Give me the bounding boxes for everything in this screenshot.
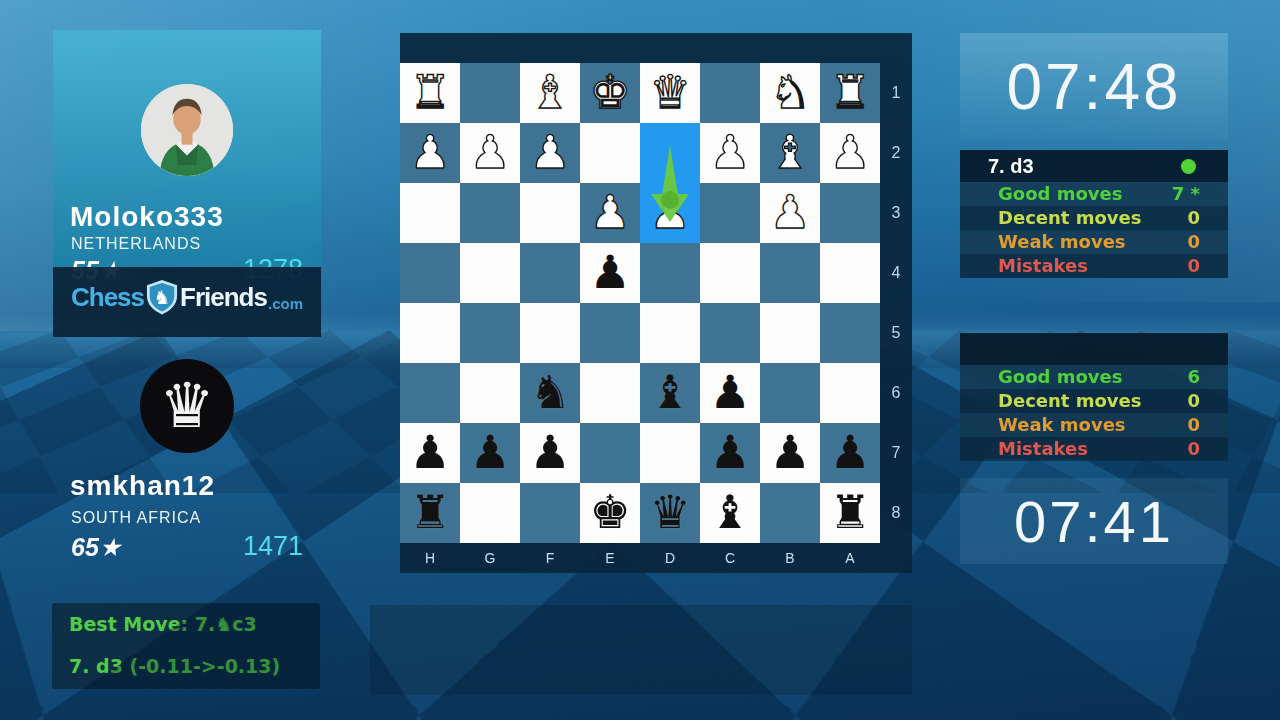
black-player-panel: ♛ smkhan12 SOUTH AFRICA 65★ 1471 [53, 337, 321, 567]
square-d1[interactable]: ♛ [640, 63, 700, 123]
square-c2[interactable]: ♟ [700, 123, 760, 183]
piece-black-bishop-d6[interactable]: ♝ [640, 363, 700, 423]
piece-white-king-e1[interactable]: ♚ [580, 63, 640, 123]
white-player-avatar[interactable] [141, 84, 233, 176]
black-player-stars: 65★ [71, 533, 121, 562]
black-analysis-panel: Good moves6Decent moves0Weak moves0Mista… [960, 333, 1228, 459]
rank-label-5: 5 [880, 303, 912, 363]
square-f7[interactable]: ♟ [520, 423, 580, 483]
analysis-row-label: Decent moves [998, 206, 1142, 230]
piece-white-pawn-a2[interactable]: ♟ [820, 123, 880, 183]
rank-label-6: 6 [880, 363, 912, 423]
rank-labels: 12345678 [880, 63, 912, 543]
analysis-row-value: 0 [1187, 413, 1200, 437]
square-f5[interactable] [520, 303, 580, 363]
analysis-row-label: Weak moves [998, 230, 1126, 254]
square-h2[interactable]: ♟ [400, 123, 460, 183]
black-clock-panel: 07:41 [960, 478, 1228, 564]
best-move-text: Best Move: 7.♞c3 [69, 613, 257, 635]
square-e4[interactable]: ♟ [580, 243, 640, 303]
square-g5[interactable] [460, 303, 520, 363]
file-label-g: G [460, 543, 520, 573]
piece-white-rook-a1[interactable]: ♜ [820, 63, 880, 123]
piece-white-bishop-f1[interactable]: ♝ [520, 63, 580, 123]
square-d6[interactable]: ♝ [640, 363, 700, 423]
square-f4[interactable] [520, 243, 580, 303]
piece-black-pawn-f7[interactable]: ♟ [520, 423, 580, 483]
square-e8[interactable]: ♚ [580, 483, 640, 543]
square-g1[interactable] [460, 63, 520, 123]
piece-black-queen-d8[interactable]: ♛ [640, 483, 700, 543]
white-player-name: Moloko333 [70, 201, 304, 233]
file-label-f: F [520, 543, 580, 573]
square-c6[interactable]: ♟ [700, 363, 760, 423]
piece-black-knight-f6[interactable]: ♞ [520, 363, 580, 423]
logo-text-com: .com [268, 295, 303, 315]
square-f2[interactable]: ♟ [520, 123, 580, 183]
analysis-row-mistakes: Mistakes0 [960, 437, 1228, 461]
played-move-eval-text: 7. d3 (-0.11->-0.13) [69, 655, 280, 677]
square-a8[interactable]: ♜ [820, 483, 880, 543]
square-d3[interactable]: ♟ [640, 183, 700, 243]
square-d7[interactable] [640, 423, 700, 483]
analysis-row-good-moves: Good moves7 * [960, 182, 1228, 206]
analysis-row-label: Mistakes [998, 437, 1088, 461]
square-c5[interactable] [700, 303, 760, 363]
piece-black-pawn-h7[interactable]: ♟ [400, 423, 460, 483]
square-d5[interactable] [640, 303, 700, 363]
square-h8[interactable]: ♜ [400, 483, 460, 543]
file-label-b: B [760, 543, 820, 573]
rank-label-3: 3 [880, 183, 912, 243]
black-player-avatar[interactable]: ♛ [140, 359, 234, 453]
white-clock-time: 07:48 [1006, 50, 1181, 124]
status-dot-icon [1181, 159, 1196, 174]
analysis-row-value: 0 [1187, 206, 1200, 230]
white-clock-panel: 07:48 [960, 33, 1228, 140]
analysis-row-weak-moves: Weak moves0 [960, 230, 1228, 254]
square-d2[interactable] [640, 123, 700, 183]
square-b5[interactable] [760, 303, 820, 363]
white-analysis-panel: 7. d3 Good moves7 *Decent moves0Weak mov… [960, 150, 1228, 278]
piece-black-pawn-c6[interactable]: ♟ [700, 363, 760, 423]
square-g7[interactable]: ♟ [460, 423, 520, 483]
piece-black-rook-a8[interactable]: ♜ [820, 483, 880, 543]
piece-black-pawn-e4[interactable]: ♟ [580, 243, 640, 303]
move-list-strip [370, 605, 912, 695]
analysis-row-label: Mistakes [998, 254, 1088, 278]
square-b3[interactable]: ♟ [760, 183, 820, 243]
piece-white-pawn-h2[interactable]: ♟ [400, 123, 460, 183]
analysis-row-label: Good moves [998, 365, 1122, 389]
square-g6[interactable] [460, 363, 520, 423]
square-f3[interactable] [520, 183, 580, 243]
file-label-h: H [400, 543, 460, 573]
piece-white-queen-d1[interactable]: ♛ [640, 63, 700, 123]
square-a3[interactable] [820, 183, 880, 243]
analysis-row-value: 0 [1187, 389, 1200, 413]
best-move-panel: Best Move: 7.♞c3 7. d3 (-0.11->-0.13) [52, 603, 320, 689]
black-player-name: smkhan12 [70, 470, 304, 502]
piece-white-pawn-e3[interactable]: ♟ [580, 183, 640, 243]
square-a4[interactable] [820, 243, 880, 303]
black-clock-time: 07:41 [1014, 488, 1174, 555]
rank-label-7: 7 [880, 423, 912, 483]
analysis-row-good-moves: Good moves6 [960, 365, 1228, 389]
white-player-country: NETHERLANDS [71, 235, 305, 253]
square-a2[interactable]: ♟ [820, 123, 880, 183]
logo-text-friends: Friends [180, 282, 267, 313]
chess-board: ♜♝♚♛♞♜♟♟♟♟♝♟♟♟♟♟♞♝♟♟♟♟♟♟♟♜♚♛♝♜ 12345678 … [400, 33, 912, 573]
piece-white-knight-b1[interactable]: ♞ [760, 63, 820, 123]
piece-white-pawn-g2[interactable]: ♟ [460, 123, 520, 183]
square-e6[interactable] [580, 363, 640, 423]
square-f8[interactable] [520, 483, 580, 543]
piece-black-pawn-g7[interactable]: ♟ [460, 423, 520, 483]
square-e2[interactable] [580, 123, 640, 183]
square-c7[interactable]: ♟ [700, 423, 760, 483]
app-window: Moloko333 NETHERLANDS 55★ 1278 Chess ♞ F… [0, 0, 1280, 720]
file-label-d: D [640, 543, 700, 573]
rank-label-4: 4 [880, 243, 912, 303]
piece-black-bishop-c8[interactable]: ♝ [700, 483, 760, 543]
file-label-a: A [820, 543, 880, 573]
piece-white-rook-h1[interactable]: ♜ [400, 63, 460, 123]
rank-label-8: 8 [880, 483, 912, 543]
square-c3[interactable] [700, 183, 760, 243]
square-g2[interactable]: ♟ [460, 123, 520, 183]
square-h3[interactable] [400, 183, 460, 243]
file-label-e: E [580, 543, 640, 573]
chessfriends-logo-strip: Chess ♞ Friends .com Chess ♞ Friends .co… [53, 267, 321, 337]
piece-black-king-e8[interactable]: ♚ [580, 483, 640, 543]
analysis-row-label: Decent moves [998, 389, 1142, 413]
square-d8[interactable]: ♛ [640, 483, 700, 543]
board-squares: ♜♝♚♛♞♜♟♟♟♟♝♟♟♟♟♟♞♝♟♟♟♟♟♟♟♜♚♛♝♜ [400, 63, 880, 543]
analysis-row-value: 0 [1187, 230, 1200, 254]
square-d4[interactable] [640, 243, 700, 303]
square-c1[interactable] [700, 63, 760, 123]
square-h4[interactable] [400, 243, 460, 303]
square-e5[interactable] [580, 303, 640, 363]
analysis-row-weak-moves: Weak moves0 [960, 413, 1228, 437]
square-f6[interactable]: ♞ [520, 363, 580, 423]
square-a1[interactable]: ♜ [820, 63, 880, 123]
black-player-rating: 1471 [243, 531, 303, 562]
square-h5[interactable] [400, 303, 460, 363]
square-a6[interactable] [820, 363, 880, 423]
piece-black-pawn-b7[interactable]: ♟ [760, 423, 820, 483]
analysis-row-label: Weak moves [998, 413, 1126, 437]
white-player-panel: Moloko333 NETHERLANDS 55★ 1278 [53, 30, 321, 267]
square-b7[interactable]: ♟ [760, 423, 820, 483]
analysis-row-value: 6 [1187, 365, 1200, 389]
square-c8[interactable]: ♝ [700, 483, 760, 543]
square-f1[interactable]: ♝ [520, 63, 580, 123]
piece-white-pawn-c2[interactable]: ♟ [700, 123, 760, 183]
square-b4[interactable] [760, 243, 820, 303]
analysis-row-value: 0 [1187, 437, 1200, 461]
analysis-row-value: 0 [1187, 254, 1200, 278]
analysis-row-label: Good moves [998, 182, 1122, 206]
chessfriends-logo[interactable]: Chess ♞ Friends .com [53, 279, 321, 315]
queen-avatar-icon: ♛ [159, 359, 215, 453]
analysis-header-move: 7. d3 [960, 150, 1228, 182]
square-e3[interactable]: ♟ [580, 183, 640, 243]
analysis-row-decent-moves: Decent moves0 [960, 206, 1228, 230]
logo-reflection: Chess ♞ Friends .com [53, 314, 321, 336]
analysis-row-decent-moves: Decent moves0 [960, 389, 1228, 413]
square-a5[interactable] [820, 303, 880, 363]
piece-white-bishop-b2[interactable]: ♝ [760, 123, 820, 183]
square-b2[interactable]: ♝ [760, 123, 820, 183]
square-e1[interactable]: ♚ [580, 63, 640, 123]
logo-text-chess: Chess [71, 282, 144, 313]
avatar-photo-person [141, 84, 233, 176]
square-a7[interactable]: ♟ [820, 423, 880, 483]
rank-label-2: 2 [880, 123, 912, 183]
piece-black-rook-h8[interactable]: ♜ [400, 483, 460, 543]
piece-white-pawn-d3[interactable]: ♟ [640, 183, 700, 243]
analysis-header-empty [960, 333, 1228, 365]
piece-white-pawn-b3[interactable]: ♟ [760, 183, 820, 243]
square-b6[interactable] [760, 363, 820, 423]
svg-text:♞: ♞ [154, 287, 171, 308]
square-e7[interactable] [580, 423, 640, 483]
square-h1[interactable]: ♜ [400, 63, 460, 123]
black-player-country: SOUTH AFRICA [71, 509, 305, 527]
piece-white-pawn-f2[interactable]: ♟ [520, 123, 580, 183]
file-labels: HGFEDCBA [400, 543, 880, 573]
rank-label-1: 1 [880, 63, 912, 123]
piece-black-pawn-c7[interactable]: ♟ [700, 423, 760, 483]
square-g4[interactable] [460, 243, 520, 303]
square-g8[interactable] [460, 483, 520, 543]
square-b1[interactable]: ♞ [760, 63, 820, 123]
square-b8[interactable] [760, 483, 820, 543]
square-c4[interactable] [700, 243, 760, 303]
piece-black-pawn-a7[interactable]: ♟ [820, 423, 880, 483]
square-g3[interactable] [460, 183, 520, 243]
square-h7[interactable]: ♟ [400, 423, 460, 483]
star-icon: ★ [99, 533, 121, 561]
analysis-row-mistakes: Mistakes0 [960, 254, 1228, 278]
file-label-c: C [700, 543, 760, 573]
square-h6[interactable] [400, 363, 460, 423]
analysis-row-value: 7 * [1172, 182, 1200, 206]
knight-shield-icon: ♞ [146, 279, 178, 315]
